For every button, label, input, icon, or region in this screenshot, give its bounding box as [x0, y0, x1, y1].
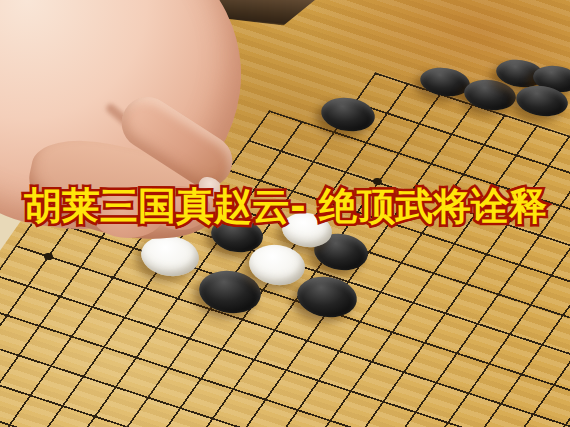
caption-text: 胡莱三国真赵云- 绝顶武将诠释 [24, 187, 547, 225]
go-photo: 胡莱三国真赵云- 绝顶武将诠释 [0, 0, 570, 427]
go-stone-black [319, 94, 377, 134]
go-stone-black [295, 273, 360, 321]
go-stone-white [138, 232, 201, 280]
